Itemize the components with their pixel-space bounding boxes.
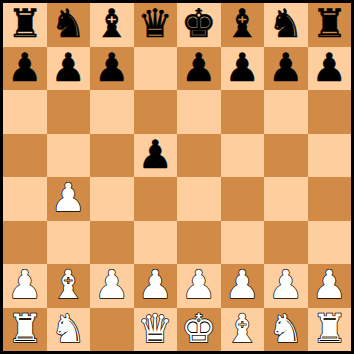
square-d2[interactable]: ♟ [134,264,178,308]
square-g3[interactable] [264,221,308,265]
square-g8[interactable]: ♞ [264,3,308,47]
square-f1[interactable]: ♝ [221,308,265,352]
square-h7[interactable]: ♟ [308,47,352,91]
square-g2[interactable]: ♟ [264,264,308,308]
white-pawn[interactable]: ♟ [181,265,216,304]
square-h6[interactable] [308,90,352,134]
black-king[interactable]: ♚ [181,4,216,43]
square-a1[interactable]: ♜ [3,308,47,352]
black-pawn[interactable]: ♟ [268,48,303,87]
square-e4[interactable] [177,177,221,221]
square-h4[interactable] [308,177,352,221]
white-pawn[interactable]: ♟ [138,265,173,304]
white-pawn[interactable]: ♟ [225,265,260,304]
black-pawn[interactable]: ♟ [225,48,260,87]
square-b4[interactable]: ♟ [47,177,91,221]
square-g1[interactable]: ♞ [264,308,308,352]
black-queen[interactable]: ♛ [138,4,173,43]
white-bishop[interactable]: ♝ [225,309,260,348]
black-bishop[interactable]: ♝ [225,4,260,43]
square-c1[interactable] [90,308,134,352]
square-h3[interactable] [308,221,352,265]
square-d6[interactable] [134,90,178,134]
square-d7[interactable] [134,47,178,91]
square-e2[interactable]: ♟ [177,264,221,308]
white-pawn[interactable]: ♟ [51,178,86,217]
white-knight[interactable]: ♞ [51,309,86,348]
square-c6[interactable] [90,90,134,134]
square-a8[interactable]: ♜ [3,3,47,47]
square-f8[interactable]: ♝ [221,3,265,47]
square-d4[interactable] [134,177,178,221]
square-e7[interactable]: ♟ [177,47,221,91]
white-knight[interactable]: ♞ [268,309,303,348]
square-h2[interactable]: ♟ [308,264,352,308]
square-e8[interactable]: ♚ [177,3,221,47]
square-b6[interactable] [47,90,91,134]
white-pawn[interactable]: ♟ [7,265,42,304]
square-d1[interactable]: ♛ [134,308,178,352]
square-a3[interactable] [3,221,47,265]
square-c7[interactable]: ♟ [90,47,134,91]
square-b2[interactable]: ♝ [47,264,91,308]
white-queen[interactable]: ♛ [138,309,173,348]
square-h8[interactable]: ♜ [308,3,352,47]
square-a6[interactable] [3,90,47,134]
black-pawn[interactable]: ♟ [138,135,173,174]
square-f2[interactable]: ♟ [221,264,265,308]
black-pawn[interactable]: ♟ [181,48,216,87]
square-h1[interactable]: ♜ [308,308,352,352]
square-g7[interactable]: ♟ [264,47,308,91]
black-pawn[interactable]: ♟ [94,48,129,87]
square-d5[interactable]: ♟ [134,134,178,178]
square-e1[interactable]: ♚ [177,308,221,352]
square-d8[interactable]: ♛ [134,3,178,47]
square-h5[interactable] [308,134,352,178]
square-a7[interactable]: ♟ [3,47,47,91]
square-d3[interactable] [134,221,178,265]
square-f4[interactable] [221,177,265,221]
black-pawn[interactable]: ♟ [312,48,347,87]
white-pawn[interactable]: ♟ [268,265,303,304]
square-c3[interactable] [90,221,134,265]
square-a2[interactable]: ♟ [3,264,47,308]
board-frame: ♜♞♝♛♚♝♞♜♟♟♟♟♟♟♟♟♟♟♝♟♟♟♟♟♟♜♞♛♚♝♞♜ [0,0,354,354]
black-pawn[interactable]: ♟ [7,48,42,87]
square-a4[interactable] [3,177,47,221]
square-e6[interactable] [177,90,221,134]
square-a5[interactable] [3,134,47,178]
square-f5[interactable] [221,134,265,178]
square-f3[interactable] [221,221,265,265]
square-b8[interactable]: ♞ [47,3,91,47]
black-rook[interactable]: ♜ [7,4,42,43]
square-b5[interactable] [47,134,91,178]
white-bishop[interactable]: ♝ [51,265,86,304]
chess-board[interactable]: ♜♞♝♛♚♝♞♜♟♟♟♟♟♟♟♟♟♟♝♟♟♟♟♟♟♜♞♛♚♝♞♜ [3,3,351,351]
black-pawn[interactable]: ♟ [51,48,86,87]
square-g5[interactable] [264,134,308,178]
square-c5[interactable] [90,134,134,178]
black-rook[interactable]: ♜ [312,4,347,43]
black-knight[interactable]: ♞ [51,4,86,43]
square-b7[interactable]: ♟ [47,47,91,91]
square-c4[interactable] [90,177,134,221]
square-b3[interactable] [47,221,91,265]
square-e3[interactable] [177,221,221,265]
white-rook[interactable]: ♜ [7,309,42,348]
black-knight[interactable]: ♞ [268,4,303,43]
square-g6[interactable] [264,90,308,134]
white-pawn[interactable]: ♟ [94,265,129,304]
white-king[interactable]: ♚ [181,309,216,348]
white-pawn[interactable]: ♟ [312,265,347,304]
square-c2[interactable]: ♟ [90,264,134,308]
square-b1[interactable]: ♞ [47,308,91,352]
square-f6[interactable] [221,90,265,134]
white-rook[interactable]: ♜ [312,309,347,348]
square-e5[interactable] [177,134,221,178]
square-f7[interactable]: ♟ [221,47,265,91]
black-bishop[interactable]: ♝ [94,4,129,43]
square-c8[interactable]: ♝ [90,3,134,47]
square-g4[interactable] [264,177,308,221]
